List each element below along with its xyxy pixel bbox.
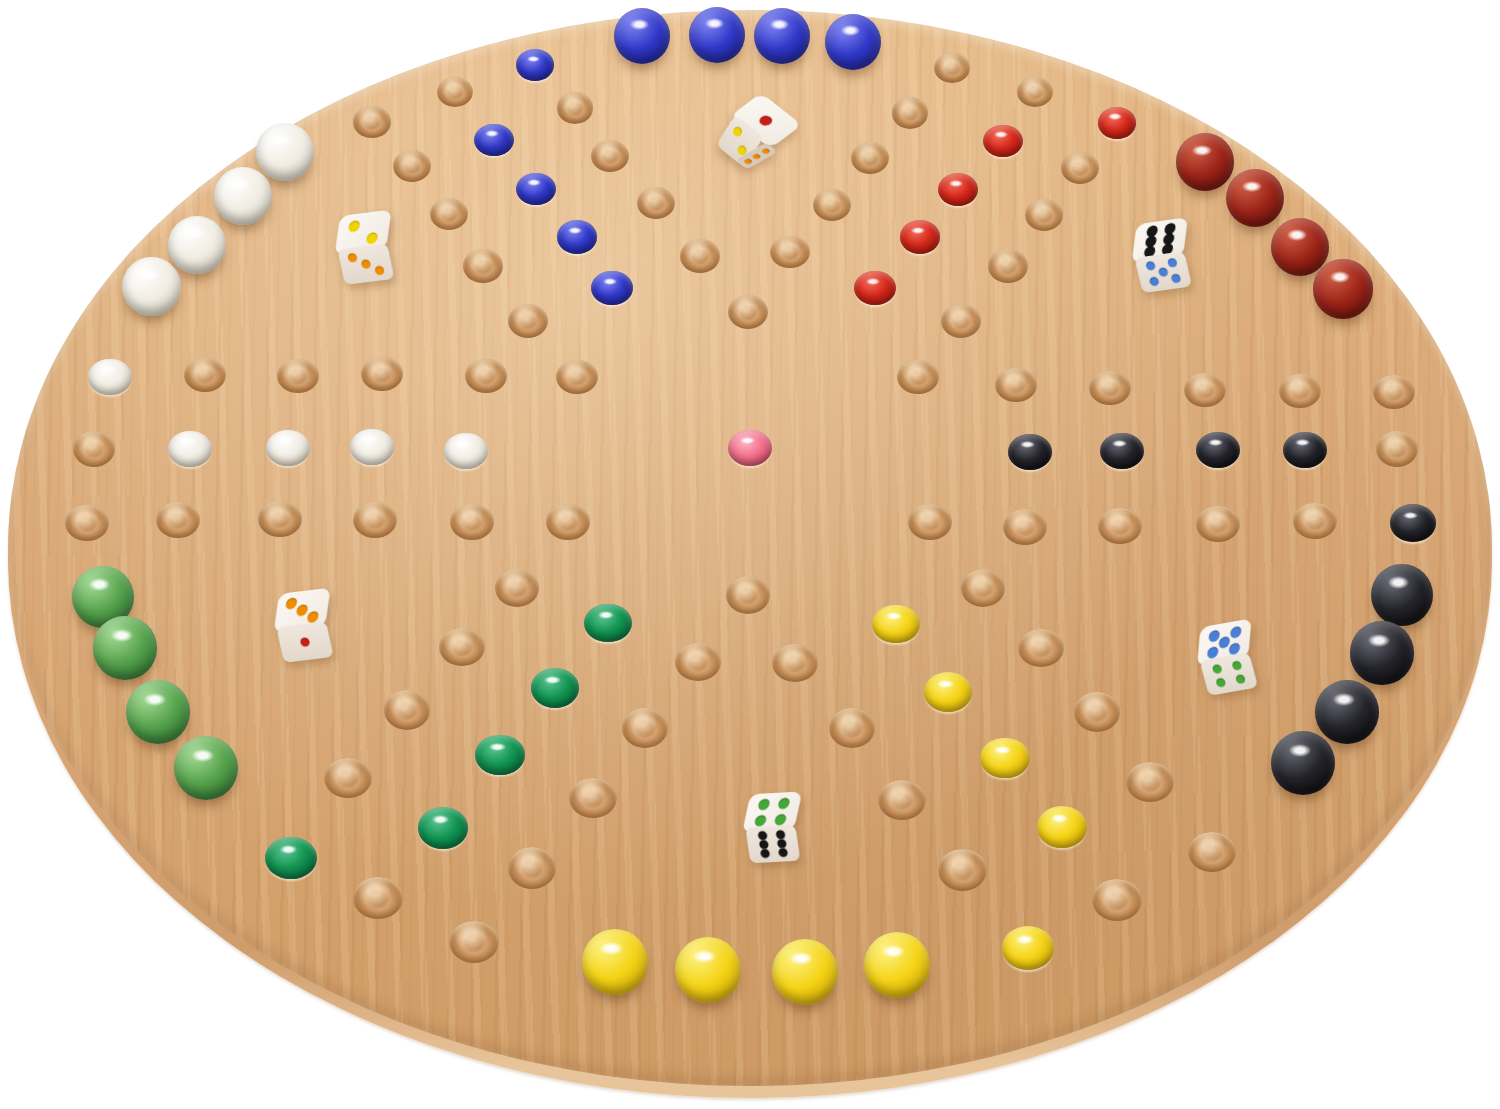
hole-red-leg-left-1[interactable] — [770, 236, 809, 269]
die-pip-orange — [361, 259, 372, 269]
hole-green-leg-upper-1[interactable] — [495, 569, 540, 606]
hole-ring-90[interactable] — [728, 295, 768, 329]
marble-white-white-start-1[interactable] — [256, 123, 313, 180]
hole-ring-30[interactable] — [897, 360, 938, 395]
hole-black-leg-upper-5[interactable] — [1373, 375, 1414, 410]
die-pip-orange — [760, 148, 770, 155]
marble-white-white-home-2[interactable] — [350, 429, 394, 466]
die-pip-red — [757, 114, 775, 128]
marble-blue-blue-start-4[interactable] — [825, 14, 881, 70]
die-pip-blue — [1145, 261, 1156, 271]
die-2[interactable] — [335, 210, 397, 285]
marble-highlight — [937, 680, 953, 688]
marble-highlight — [1403, 512, 1418, 520]
marble-highlight — [1242, 181, 1262, 193]
hole-black-leg-lower-3[interactable] — [1196, 506, 1240, 543]
die-pip-green — [774, 813, 787, 825]
marble-green-green-home-3[interactable] — [475, 735, 524, 776]
hole-red-leg-left-3[interactable] — [851, 142, 889, 174]
marble-black-black-start-4[interactable] — [1271, 731, 1335, 795]
hole-yellow-leg-left-4[interactable] — [938, 849, 987, 890]
die-pip-orange — [296, 604, 309, 617]
hole-green-rim[interactable] — [353, 877, 402, 919]
aggravation-board-photo — [0, 0, 1500, 1109]
die-pip-blue — [1158, 267, 1169, 277]
marble-highlight — [705, 18, 724, 29]
marble-green-green-leg-upper-5[interactable] — [265, 837, 316, 879]
hole-yellow-leg-right-3[interactable] — [1074, 692, 1120, 731]
marble-highlight — [994, 131, 1007, 137]
hole-ring-270[interactable] — [726, 576, 771, 614]
hole-white-leg-upper-2[interactable] — [361, 357, 402, 392]
marble-black-black-leg-lower-5[interactable] — [1390, 504, 1435, 542]
marble-blue-blue-home-1[interactable] — [591, 271, 633, 305]
hole-black-rim[interactable] — [1376, 431, 1418, 467]
hole-white-leg-lower-5[interactable] — [65, 505, 109, 542]
hole-black-leg-lower-2[interactable] — [1098, 508, 1142, 545]
marble-highlight — [272, 135, 292, 146]
marble-highlight — [1208, 439, 1223, 446]
hole-blue-leg-left-4[interactable] — [393, 150, 431, 182]
marble-red-red-start-2[interactable] — [1226, 169, 1284, 227]
die-pip-black — [778, 848, 788, 857]
die-pip-red — [300, 637, 311, 647]
hole-blue-leg-right-3[interactable] — [591, 140, 629, 172]
hole-green-leg-upper-2[interactable] — [439, 628, 484, 666]
die-pip-green — [1215, 678, 1226, 688]
die-pip-blue — [1171, 273, 1182, 283]
hole-green-leg-upper-3[interactable] — [384, 690, 430, 729]
marble-highlight — [180, 438, 195, 445]
die-pip-blue — [1149, 276, 1160, 286]
hole-yellow-leg-left-3[interactable] — [878, 780, 926, 820]
die-pip-black — [760, 849, 770, 858]
marble-yellow-yellow-home-2[interactable] — [924, 672, 972, 712]
hole-green-leg-lower-2[interactable] — [622, 708, 669, 747]
marble-white-white-home-1[interactable] — [444, 433, 488, 470]
marble-red-red-home-2[interactable] — [900, 220, 941, 254]
hole-white-leg-upper-4[interactable] — [184, 358, 225, 393]
hole-red-leg-right-2[interactable] — [988, 249, 1027, 282]
marble-black-black-home-2[interactable] — [1100, 433, 1144, 470]
marble-red-red-start-4[interactable] — [1313, 259, 1372, 318]
marble-highlight — [527, 56, 540, 62]
hole-white-leg-lower-3[interactable] — [258, 501, 301, 538]
marble-highlight — [485, 130, 498, 136]
marble-yellow-yellow-start-1[interactable] — [582, 929, 649, 996]
marble-green-green-start-4[interactable] — [174, 736, 238, 800]
hole-blue-leg-right-1[interactable] — [680, 239, 719, 272]
die-4-front-face — [276, 621, 333, 662]
marble-black-black-home-1[interactable] — [1008, 434, 1052, 471]
hole-white-leg-lower-4[interactable] — [156, 502, 199, 539]
marble-blue-blue-home-3[interactable] — [516, 173, 556, 206]
hole-black-leg-lower-4[interactable] — [1293, 503, 1336, 540]
die-pip-blue — [1167, 258, 1178, 268]
marble-green-green-home-1[interactable] — [584, 604, 631, 643]
die-pip-blue — [1208, 629, 1220, 642]
marble-highlight — [89, 578, 110, 590]
hole-white-leg-lower-2[interactable] — [353, 502, 396, 539]
die-pip-green — [778, 798, 791, 810]
marble-highlight — [630, 19, 649, 30]
hole-red-leg-right-4[interactable] — [1061, 152, 1099, 184]
marble-white-white-start-2[interactable] — [214, 167, 272, 225]
hole-red-leg-right-1[interactable] — [941, 304, 981, 338]
marble-highlight — [544, 676, 560, 684]
marble-highlight — [1020, 441, 1035, 448]
die-pip-blue — [1218, 636, 1230, 649]
marble-highlight — [841, 25, 860, 36]
marble-highlight — [1192, 145, 1212, 157]
hole-yellow-leg-left-2[interactable] — [829, 708, 876, 747]
marble-highlight — [740, 437, 755, 444]
hole-red-leg-left-2[interactable] — [813, 189, 851, 221]
marble-white-white-start-3[interactable] — [168, 216, 227, 275]
hole-black-leg-lower-1[interactable] — [1003, 509, 1047, 546]
marble-highlight — [603, 278, 617, 285]
marble-black-black-start-2[interactable] — [1350, 621, 1413, 684]
hole-black-leg-upper-4[interactable] — [1279, 374, 1320, 409]
die-pip-green — [753, 814, 766, 826]
die-6[interactable] — [745, 792, 803, 864]
marble-highlight — [456, 440, 471, 447]
marble-highlight — [866, 278, 880, 285]
marble-highlight — [184, 227, 204, 239]
hole-ring-150[interactable] — [556, 360, 597, 395]
die-pip-green — [757, 799, 770, 811]
hole-blue-leg-right-2[interactable] — [637, 187, 675, 219]
marble-highlight — [1388, 576, 1409, 588]
marble-highlight — [192, 749, 214, 762]
marble-blue-blue-start-1[interactable] — [614, 8, 670, 64]
hole-black-leg-upper-3[interactable] — [1184, 373, 1225, 408]
marble-yellow-yellow-start-3[interactable] — [772, 939, 839, 1006]
marble-highlight — [949, 180, 963, 187]
marble-white-white-home-3[interactable] — [266, 430, 310, 467]
marble-highlight — [568, 227, 582, 234]
marble-highlight — [362, 436, 377, 443]
marble-highlight — [1016, 935, 1034, 944]
marble-red-red-start-1[interactable] — [1176, 133, 1234, 191]
marble-highlight — [527, 179, 541, 186]
marble-red-red-home-4[interactable] — [983, 125, 1022, 157]
die-pip-yellow — [732, 125, 744, 138]
marble-highlight — [139, 269, 159, 281]
marble-highlight — [1112, 440, 1127, 447]
marble-white-white-home-4[interactable] — [168, 431, 212, 468]
marble-highlight — [1333, 693, 1355, 706]
marble-black-black-start-1[interactable] — [1371, 564, 1433, 626]
die-pip-orange — [751, 153, 761, 160]
marble-highlight — [1295, 439, 1310, 446]
marble-green-green-start-2[interactable] — [93, 616, 156, 679]
hole-blue-leg-left-5[interactable] — [353, 106, 390, 137]
marble-black-black-home-3[interactable] — [1196, 432, 1240, 469]
marble-green-green-home-4[interactable] — [418, 807, 469, 849]
marble-highlight — [101, 366, 116, 373]
marble-highlight — [280, 845, 297, 853]
marble-yellow-yellow-start-4[interactable] — [864, 932, 931, 999]
marble-highlight — [1051, 814, 1068, 822]
die-pip-orange — [285, 597, 298, 610]
die-pip-black — [757, 831, 767, 840]
marble-blue-blue-start-3[interactable] — [754, 8, 810, 64]
marble-yellow-yellow-home-3[interactable] — [980, 738, 1029, 779]
marble-highlight — [770, 19, 789, 30]
die-2-front-face — [337, 243, 394, 284]
die-pip-orange — [347, 253, 358, 263]
marble-green-green-home-2[interactable] — [531, 668, 579, 708]
marble-highlight — [790, 952, 813, 965]
marble-white-white-leg-upper-5[interactable] — [88, 359, 131, 395]
marble-blue-blue-leg-right-5[interactable] — [516, 49, 554, 80]
marble-highlight — [432, 815, 449, 823]
hole-white-leg-upper-3[interactable] — [277, 359, 318, 394]
marble-highlight — [598, 611, 614, 619]
hole-blue-leg-left-1[interactable] — [508, 304, 548, 338]
marble-highlight — [994, 746, 1011, 754]
die-4[interactable] — [274, 588, 336, 663]
hole-white-leg-lower-1[interactable] — [450, 504, 493, 541]
marble-highlight — [278, 437, 293, 444]
die-pip-blue — [1230, 625, 1242, 638]
marble-blue-blue-start-2[interactable] — [689, 7, 745, 63]
marble-highlight — [693, 950, 716, 963]
marble-green-green-start-3[interactable] — [126, 680, 190, 744]
marble-none-center[interactable] — [728, 430, 772, 467]
die-6-front-face — [745, 825, 800, 863]
marble-red-red-home-1[interactable] — [854, 271, 896, 305]
hole-yellow-leg-left-1[interactable] — [772, 644, 818, 682]
marble-highlight — [489, 743, 506, 751]
marble-highlight — [144, 693, 166, 706]
marble-red-red-leg-right-5[interactable] — [1098, 107, 1137, 139]
hole-green-leg-upper-4[interactable] — [324, 758, 372, 798]
hole-red-leg-left-5[interactable] — [934, 53, 970, 84]
marble-highlight — [1368, 634, 1389, 647]
marble-highlight — [886, 612, 902, 620]
hole-white-rim[interactable] — [73, 431, 115, 467]
marble-blue-blue-home-4[interactable] — [474, 124, 513, 156]
die-pip-black — [759, 840, 769, 849]
hole-yellow-leg-right-2[interactable] — [1018, 629, 1063, 667]
hole-green-leg-lower-3[interactable] — [569, 778, 617, 818]
die-pip-yellow — [366, 232, 379, 245]
die-5[interactable] — [1195, 619, 1260, 696]
marble-highlight — [600, 942, 623, 955]
marble-black-black-start-3[interactable] — [1315, 680, 1379, 744]
marble-highlight — [1287, 229, 1307, 241]
hole-green-leg-lower-1[interactable] — [675, 643, 721, 681]
marble-highlight — [911, 227, 925, 234]
die-pip-green — [1235, 674, 1246, 684]
die-pip-yellow — [348, 220, 361, 233]
die-3-front-face — [1134, 251, 1192, 293]
hole-black-leg-upper-2[interactable] — [1089, 371, 1130, 406]
die-pip-green — [1212, 664, 1223, 674]
hole-ring-210[interactable] — [546, 504, 589, 541]
marble-yellow-yellow-start-2[interactable] — [675, 937, 742, 1004]
marble-blue-blue-home-2[interactable] — [557, 220, 598, 254]
marble-highlight — [1289, 744, 1311, 757]
marble-yellow-yellow-leg-left-5[interactable] — [1002, 926, 1055, 969]
marble-highlight — [230, 179, 250, 191]
hole-yellow-leg-right-4[interactable] — [1126, 762, 1174, 802]
hole-yellow-leg-right-1[interactable] — [961, 569, 1006, 606]
hole-red-leg-left-4[interactable] — [892, 97, 929, 128]
die-pip-green — [1231, 660, 1242, 670]
hole-blue-leg-right-4[interactable] — [557, 92, 594, 123]
die-pip-orange — [374, 265, 385, 275]
marble-yellow-yellow-home-1[interactable] — [872, 605, 919, 644]
hole-yellow-rim[interactable] — [1092, 879, 1141, 921]
hole-blue-leg-left-2[interactable] — [463, 249, 502, 282]
marble-yellow-yellow-home-4[interactable] — [1037, 806, 1088, 848]
marble-highlight — [1330, 271, 1350, 283]
marble-highlight — [1108, 113, 1121, 119]
die-3[interactable] — [1131, 218, 1194, 294]
marble-black-black-home-4[interactable] — [1283, 432, 1327, 469]
die-pip-orange — [743, 158, 753, 165]
hole-white-leg-upper-1[interactable] — [465, 359, 506, 394]
hole-ring-330[interactable] — [908, 504, 951, 541]
marble-highlight — [111, 629, 132, 642]
hole-green-leg-lower-5[interactable] — [449, 921, 499, 963]
hole-black-leg-upper-1[interactable] — [995, 368, 1036, 403]
die-pip-black — [775, 830, 785, 839]
die-pip-black — [777, 839, 787, 848]
marble-highlight — [882, 945, 905, 958]
hole-green-leg-lower-4[interactable] — [508, 847, 557, 888]
